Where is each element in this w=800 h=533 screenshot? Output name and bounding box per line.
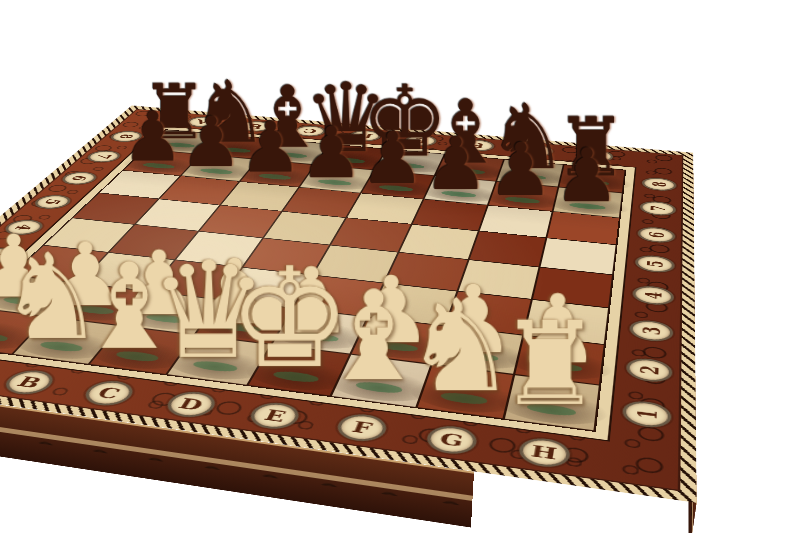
square-h7: ♟ — [554, 187, 622, 217]
chess-board: ♜♞♝♛♚♝♞♜♟♟♟♟♟♟♟♟♟♟♟♟♟♟♟♟♜♞♝♛♚♝♞♜ AABBCCD… — [0, 106, 697, 503]
white-rook: ♜ — [459, 306, 639, 421]
perspective-scene: ♜♞♝♛♚♝♞♜♟♟♟♟♟♟♟♟♟♟♟♟♟♟♟♟♜♞♝♛♚♝♞♜ AABBCCD… — [0, 0, 800, 533]
photo-stage: ♜♞♝♛♚♝♞♜♟♟♟♟♟♟♟♟♟♟♟♟♟♟♟♟♜♞♝♛♚♝♞♜ AABBCCD… — [0, 0, 800, 533]
